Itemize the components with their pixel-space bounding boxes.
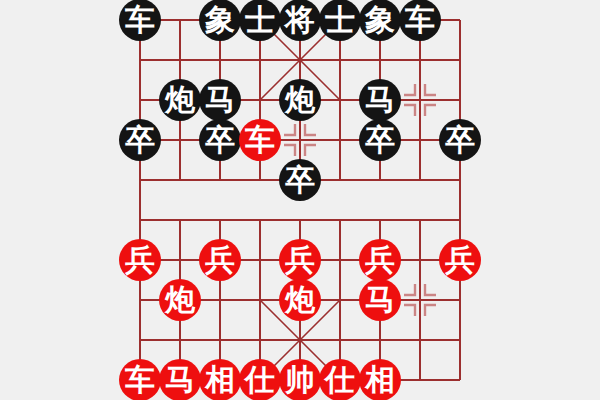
- red-soldier[interactable]: 兵: [199, 239, 241, 281]
- red-horse[interactable]: 马: [159, 359, 201, 400]
- black-elephant[interactable]: 象: [199, 0, 241, 41]
- red-soldier[interactable]: 兵: [119, 239, 161, 281]
- red-soldier[interactable]: 兵: [439, 239, 481, 281]
- red-soldier[interactable]: 兵: [279, 239, 321, 281]
- red-cannon[interactable]: 炮: [279, 279, 321, 321]
- red-chariot[interactable]: 车: [119, 359, 161, 400]
- red-horse[interactable]: 马: [359, 279, 401, 321]
- red-soldier[interactable]: 兵: [359, 239, 401, 281]
- last-move-marker: [402, 282, 438, 318]
- black-elephant[interactable]: 象: [359, 0, 401, 41]
- xiangqi-app-screen: 车象士将士象车炮马炮马卒卒卒卒卒车兵兵兵兵兵炮炮马车马相仕帅仕相: [0, 0, 600, 400]
- xiangqi-board: 车象士将士象车炮马炮马卒卒卒卒卒车兵兵兵兵兵炮炮马车马相仕帅仕相: [120, 0, 480, 400]
- black-soldier[interactable]: 卒: [119, 119, 161, 161]
- red-advisor[interactable]: 仕: [319, 359, 361, 400]
- red-elephant[interactable]: 相: [199, 359, 241, 400]
- black-soldier[interactable]: 卒: [359, 119, 401, 161]
- black-soldier[interactable]: 卒: [199, 119, 241, 161]
- black-advisor[interactable]: 士: [319, 0, 361, 41]
- black-chariot[interactable]: 车: [399, 0, 441, 41]
- black-horse[interactable]: 马: [359, 79, 401, 121]
- black-cannon[interactable]: 炮: [159, 79, 201, 121]
- last-move-marker: [402, 82, 438, 118]
- red-elephant[interactable]: 相: [359, 359, 401, 400]
- red-chariot[interactable]: 车: [239, 119, 281, 161]
- black-cannon[interactable]: 炮: [279, 79, 321, 121]
- black-soldier[interactable]: 卒: [439, 119, 481, 161]
- red-cannon[interactable]: 炮: [159, 279, 201, 321]
- last-move-marker: [282, 122, 318, 158]
- black-general[interactable]: 将: [279, 0, 321, 41]
- red-advisor[interactable]: 仕: [239, 359, 281, 400]
- black-horse[interactable]: 马: [199, 79, 241, 121]
- black-soldier[interactable]: 卒: [279, 159, 321, 201]
- black-chariot[interactable]: 车: [119, 0, 161, 41]
- black-advisor[interactable]: 士: [239, 0, 281, 41]
- red-general[interactable]: 帅: [279, 359, 321, 400]
